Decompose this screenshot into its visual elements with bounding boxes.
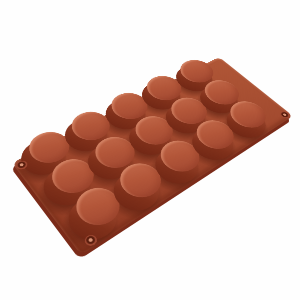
- corner-hanging-hole: [278, 110, 291, 120]
- corner-hanging-hole: [13, 159, 28, 171]
- product-photo-stage: [0, 0, 300, 300]
